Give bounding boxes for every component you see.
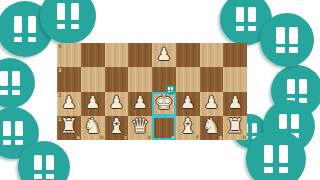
- piece-white-pawn[interactable]: ♟: [61, 94, 76, 111]
- rank-label: 4: [58, 43, 61, 49]
- piece-white-bishop[interactable]: ♝: [178, 116, 197, 137]
- square-f3[interactable]: [176, 67, 200, 91]
- double-exclamation-icon: [279, 145, 288, 174]
- double-exclamation-icon: [289, 27, 297, 53]
- double-exclamation-icon: [34, 155, 42, 180]
- square-a1[interactable]: 1a♜: [57, 116, 81, 140]
- square-b1[interactable]: b♞: [81, 116, 105, 140]
- square-d1[interactable]: d♛: [128, 116, 152, 140]
- piece-white-queen[interactable]: ♛: [131, 116, 150, 137]
- piece-white-king[interactable]: ♚: [154, 92, 173, 113]
- double-exclamation-icon: [15, 121, 23, 146]
- double-exclamation-icon: [236, 7, 244, 32]
- square-b4[interactable]: [81, 43, 105, 67]
- square-g4[interactable]: [200, 43, 224, 67]
- double-exclamation-icon: [276, 27, 284, 53]
- double-exclamation-icon: [0, 71, 8, 95]
- brilliant-circle-3: [0, 58, 35, 108]
- double-exclamation-icon: [264, 145, 273, 174]
- square-b2[interactable]: ♟: [81, 92, 105, 116]
- square-g3[interactable]: [200, 67, 224, 91]
- square-a4[interactable]: 4: [57, 43, 81, 67]
- piece-white-pawn[interactable]: ♟: [133, 94, 148, 111]
- square-a2[interactable]: 2♟: [57, 92, 81, 116]
- rank-label: 3: [58, 67, 61, 73]
- piece-white-pawn[interactable]: ♟: [109, 94, 124, 111]
- square-h1[interactable]: h♜: [223, 116, 247, 140]
- square-c1[interactable]: c♝: [105, 116, 129, 140]
- square-h4[interactable]: [223, 43, 247, 67]
- square-d2[interactable]: ♟: [128, 92, 152, 116]
- piece-white-pawn[interactable]: ♟: [85, 94, 100, 111]
- piece-white-pawn[interactable]: ♟: [204, 94, 219, 111]
- piece-white-pawn[interactable]: ♟: [228, 94, 243, 111]
- piece-white-knight[interactable]: ♞: [202, 116, 221, 137]
- double-exclamation-icon: [12, 71, 20, 95]
- square-f1[interactable]: f♝: [176, 116, 200, 140]
- double-exclamation-icon: [299, 79, 307, 104]
- double-exclamation-icon: [14, 16, 22, 43]
- brilliant-move-badge: [166, 85, 176, 95]
- square-d4[interactable]: [128, 43, 152, 67]
- square-c4[interactable]: [105, 43, 129, 67]
- double-exclamation-icon: [57, 3, 65, 30]
- square-c2[interactable]: ♟: [105, 92, 129, 116]
- square-a3[interactable]: 3: [57, 67, 81, 91]
- square-e2[interactable]: ♚: [152, 92, 176, 116]
- square-e4[interactable]: ♟: [152, 43, 176, 67]
- double-exclamation-icon: [248, 7, 256, 32]
- square-e1[interactable]: e: [152, 116, 176, 140]
- double-exclamation-icon: [3, 121, 11, 146]
- square-d3[interactable]: [128, 67, 152, 91]
- piece-white-bishop[interactable]: ♝: [107, 116, 126, 137]
- piece-white-rook[interactable]: ♜: [226, 116, 245, 137]
- square-c3[interactable]: [105, 67, 129, 91]
- square-f2[interactable]: ♟: [176, 92, 200, 116]
- double-exclamation-icon: [168, 87, 170, 92]
- square-g2[interactable]: ♟: [200, 92, 224, 116]
- double-exclamation-icon: [171, 87, 173, 92]
- double-exclamation-icon: [46, 155, 54, 180]
- piece-white-rook[interactable]: ♜: [59, 116, 78, 137]
- chess-board: 4♟32♟♟♟♟♚♟♟♟1a♜b♞c♝d♛ef♝g♞h♜: [57, 43, 247, 140]
- double-exclamation-icon: [28, 16, 36, 43]
- brilliant-circle-5: [18, 141, 70, 180]
- piece-white-pawn[interactable]: ♟: [180, 94, 195, 111]
- square-h3[interactable]: [223, 67, 247, 91]
- square-g1[interactable]: g♞: [200, 116, 224, 140]
- double-exclamation-icon: [71, 3, 79, 30]
- square-f4[interactable]: [176, 43, 200, 67]
- piece-white-knight[interactable]: ♞: [83, 116, 102, 137]
- square-b3[interactable]: [81, 67, 105, 91]
- brilliant-circle-9: [260, 13, 314, 67]
- brilliant-circle-11: [246, 129, 306, 180]
- file-label: e: [171, 134, 174, 140]
- piece-white-pawn[interactable]: ♟: [156, 46, 171, 63]
- square-h2[interactable]: ♟: [223, 92, 247, 116]
